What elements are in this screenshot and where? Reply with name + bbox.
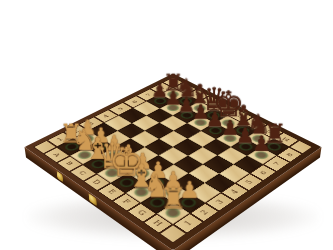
- coordinate-text: 1: [182, 220, 194, 228]
- coordinate-text: E: [105, 188, 117, 195]
- coordinate-text: 8: [284, 152, 294, 158]
- coordinate-text: 7: [271, 161, 282, 167]
- scene-3d: 12345678A♜♟♟♜AB♞♟♟♞BC♝♟♟♝CD♛♟♟♛DE♚♟♟♚EF♝…: [0, 0, 333, 250]
- photo-stage: 12345678A♜♟♟♜AB♞♟♟♞BC♝♟♟♝CD♛♟♟♛DE♚♟♟♚EF♝…: [0, 0, 333, 250]
- coordinate-text: C: [77, 169, 88, 176]
- coordinate-text: 2: [199, 209, 210, 216]
- black-pawn[interactable]: ♟: [251, 112, 272, 155]
- coordinate-text: 5: [244, 179, 255, 186]
- white-rook-glyph: ♜: [160, 184, 186, 213]
- white-rook[interactable]: ♜: [161, 166, 184, 213]
- coordinate-text: G: [135, 208, 147, 216]
- coordinate-text: F: [120, 198, 132, 205]
- black-pawn-glyph: ♟: [252, 134, 271, 155]
- coordinate-text: 4: [229, 188, 240, 195]
- coordinate-text: 6: [130, 99, 139, 104]
- border-corner: [289, 140, 313, 154]
- coordinate-text: 6: [258, 170, 269, 176]
- brass-clasp-ornate-icon: [89, 193, 97, 206]
- brass-clasp-icon: [57, 171, 64, 182]
- chess-board-grid: 12345678A♜♟♟♜AB♞♟♟♞BC♝♟♟♝CD♛♟♟♛DE♚♟♟♚EF♝…: [33, 77, 313, 243]
- coordinate-text: A: [51, 152, 62, 158]
- coordinate-text: 3: [214, 198, 225, 205]
- coordinate-text: B: [64, 160, 75, 166]
- coordinate-text: H: [151, 219, 164, 228]
- coordinate-text: D: [91, 179, 103, 186]
- chess-board: 12345678A♜♟♟♜AB♞♟♟♞BC♝♟♟♝CD♛♟♟♛DE♚♟♟♚EF♝…: [25, 73, 322, 250]
- coordinate-text: 5: [116, 106, 125, 111]
